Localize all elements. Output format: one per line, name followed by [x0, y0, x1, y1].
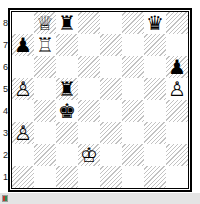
rank-label-5: 5 [0, 78, 8, 100]
square-b2 [34, 144, 56, 166]
square-h7 [166, 34, 188, 56]
rank-label-7: 7 [0, 34, 8, 56]
square-h2 [166, 144, 188, 166]
square-e4 [100, 100, 122, 122]
chess-board: ♕♜♛♟♖♟♙♜♙♚♙♔ [8, 8, 192, 192]
square-g1 [144, 166, 166, 188]
black-pawn: ♟ [12, 34, 34, 56]
square-e8 [100, 12, 122, 34]
square-a1 [12, 166, 34, 188]
rank-label-3: 3 [0, 122, 8, 144]
square-d3 [78, 122, 100, 144]
board-grid: ♕♜♛♟♖♟♙♜♙♚♙♔ [11, 11, 189, 189]
square-a4 [12, 100, 34, 122]
rank-label-6: 6 [0, 56, 8, 78]
rank-label-1: 1 [0, 166, 8, 188]
bottom-strip [0, 193, 200, 204]
square-h5: ♙ [166, 78, 188, 100]
square-f3 [122, 122, 144, 144]
square-e7 [100, 34, 122, 56]
rank-label-4: 4 [0, 100, 8, 122]
square-g5 [144, 78, 166, 100]
square-c3 [56, 122, 78, 144]
square-b4 [34, 100, 56, 122]
square-f1 [122, 166, 144, 188]
square-h4 [166, 100, 188, 122]
square-d6 [78, 56, 100, 78]
square-g7 [144, 34, 166, 56]
square-h1 [166, 166, 188, 188]
square-g3 [144, 122, 166, 144]
square-d8 [78, 12, 100, 34]
rank-label-2: 2 [0, 144, 8, 166]
square-f5 [122, 78, 144, 100]
square-f7 [122, 34, 144, 56]
square-e1 [100, 166, 122, 188]
square-h3 [166, 122, 188, 144]
square-b8: ♕ [34, 12, 56, 34]
chess-diagram: 87654321 ♕♜♛♟♖♟♙♜♙♚♙♔ [0, 0, 200, 204]
square-e2 [100, 144, 122, 166]
square-d4 [78, 100, 100, 122]
square-a7: ♟ [12, 34, 34, 56]
black-queen: ♛ [144, 12, 166, 34]
square-f2 [122, 144, 144, 166]
square-e5 [100, 78, 122, 100]
black-king: ♚ [56, 100, 78, 122]
square-b1 [34, 166, 56, 188]
square-d7 [78, 34, 100, 56]
black-rook: ♜ [56, 12, 78, 34]
square-b3 [34, 122, 56, 144]
square-a8 [12, 12, 34, 34]
square-b7: ♖ [34, 34, 56, 56]
square-e6 [100, 56, 122, 78]
square-g8: ♛ [144, 12, 166, 34]
square-c6 [56, 56, 78, 78]
square-f6 [122, 56, 144, 78]
square-d2: ♔ [78, 144, 100, 166]
image-placeholder-icon [2, 195, 8, 202]
square-b5 [34, 78, 56, 100]
square-a3: ♙ [12, 122, 34, 144]
square-h6: ♟ [166, 56, 188, 78]
square-c4: ♚ [56, 100, 78, 122]
square-g4 [144, 100, 166, 122]
square-c1 [56, 166, 78, 188]
rank-labels: 87654321 [0, 12, 8, 188]
white-pawn: ♙ [12, 78, 34, 100]
square-c5: ♜ [56, 78, 78, 100]
white-king: ♔ [78, 144, 100, 166]
white-pawn: ♙ [12, 122, 34, 144]
square-c7 [56, 34, 78, 56]
white-queen: ♕ [34, 12, 56, 34]
white-rook: ♖ [34, 34, 56, 56]
square-h8 [166, 12, 188, 34]
square-a5: ♙ [12, 78, 34, 100]
square-g6 [144, 56, 166, 78]
square-a2 [12, 144, 34, 166]
square-g2 [144, 144, 166, 166]
black-rook: ♜ [56, 78, 78, 100]
square-d1 [78, 166, 100, 188]
square-d5 [78, 78, 100, 100]
black-pawn: ♟ [166, 56, 188, 78]
square-f4 [122, 100, 144, 122]
square-e3 [100, 122, 122, 144]
square-f8 [122, 12, 144, 34]
square-c8: ♜ [56, 12, 78, 34]
square-c2 [56, 144, 78, 166]
rank-label-8: 8 [0, 12, 8, 34]
square-b6 [34, 56, 56, 78]
square-a6 [12, 56, 34, 78]
white-pawn: ♙ [166, 78, 188, 100]
